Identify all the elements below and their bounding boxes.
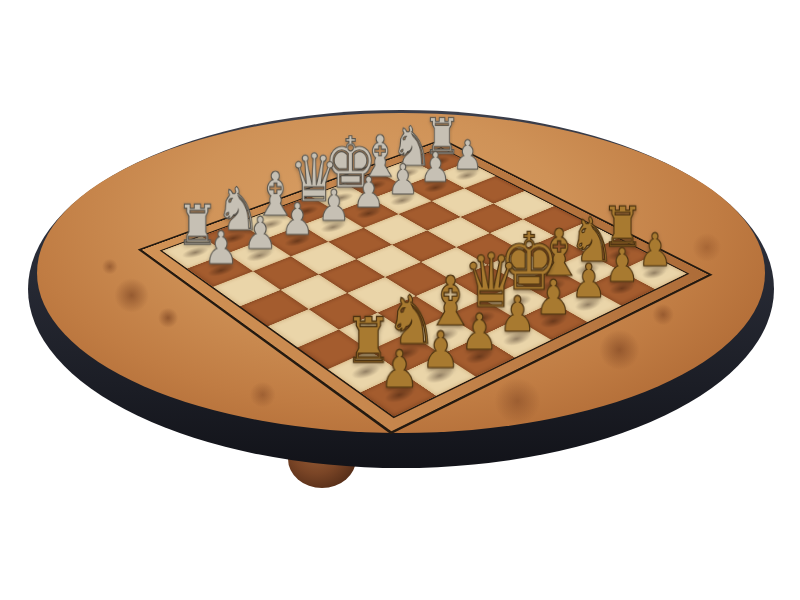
piece-silver-pawn[interactable]: ♟ bbox=[278, 197, 316, 241]
piece-silver-pawn[interactable]: ♟ bbox=[450, 135, 485, 176]
piece-silver-pawn[interactable]: ♟ bbox=[240, 211, 279, 256]
chessboard-scene: ♜♞♝♛♚♝♞♜♟♟♟♟♟♟♟♟♜♞♝♛♚♝♞♜♟♟♟♟♟♟♟♟ bbox=[217, 58, 625, 466]
square-c6[interactable] bbox=[291, 242, 356, 274]
piece-brass-pawn[interactable]: ♟ bbox=[496, 290, 539, 339]
piece-silver-pawn[interactable]: ♟ bbox=[315, 184, 352, 227]
piece-silver-pawn[interactable]: ♟ bbox=[384, 159, 420, 201]
piece-brass-pawn[interactable]: ♟ bbox=[377, 343, 422, 395]
piece-silver-pawn[interactable]: ♟ bbox=[201, 225, 240, 270]
piece-brass-pawn[interactable]: ♟ bbox=[418, 325, 462, 376]
piece-brass-pawn[interactable]: ♟ bbox=[458, 307, 501, 357]
piece-brass-pawn[interactable]: ♟ bbox=[533, 273, 575, 321]
piece-silver-pawn[interactable]: ♟ bbox=[418, 147, 454, 188]
chessboard-grid: ♜♞♝♛♚♝♞♜♟♟♟♟♟♟♟♟♜♞♝♛♚♝♞♜♟♟♟♟♟♟♟♟ bbox=[160, 147, 690, 418]
piece-silver-pawn[interactable]: ♟ bbox=[350, 171, 387, 213]
